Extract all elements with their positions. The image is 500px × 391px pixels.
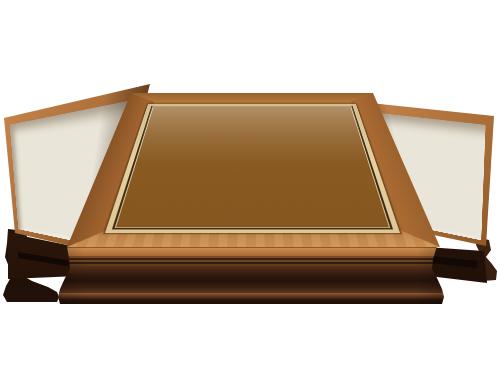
frame-far-rail [127,93,377,102]
case-base-molding [58,243,444,305]
board-surface[interactable] [105,104,400,233]
chess-case-photo [0,0,500,391]
chess-board-grid [116,107,389,227]
base-corner-shading [58,243,444,305]
